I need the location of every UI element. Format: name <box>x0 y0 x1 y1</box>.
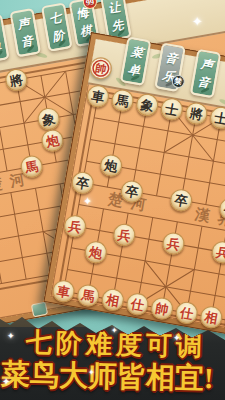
tile-label-char: 音 <box>164 49 179 68</box>
tile-label-char: 菜 <box>130 43 145 62</box>
front-board-grid: 楚河 漢界 車馬象士將士象馬車炮炮卒卒卒卒卒兵兵兵兵兵炮炮車馬相仕帥仕相馬車 <box>64 96 225 326</box>
tile-label-char: 声 <box>16 14 31 33</box>
promo-text-line2: 菜鸟大师皆相宜! <box>1 355 214 399</box>
tile-label-char: 声 <box>200 55 215 74</box>
tile-label-char: 七 <box>48 9 63 28</box>
tile-label-char: 让 <box>107 0 122 17</box>
bamboo-leaf-icon <box>219 98 225 107</box>
xiangqi-promo-screen: 楚河 將象炮馬 菜单声音七阶悔棋99让先 帥 楚河 漢界 <box>0 0 225 400</box>
